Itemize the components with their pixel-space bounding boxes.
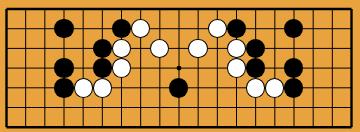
intersection[interactable] [54,58,73,78]
intersection[interactable] [74,78,93,98]
intersection[interactable] [131,98,150,118]
intersection[interactable] [0,117,16,132]
intersection[interactable] [323,117,342,132]
intersection[interactable] [150,58,169,78]
intersection[interactable] [16,98,35,118]
intersection[interactable] [323,98,342,118]
white-stone [188,39,207,59]
intersection[interactable] [227,117,246,132]
black-stone [93,58,112,78]
intersection[interactable] [150,0,169,19]
intersection[interactable] [227,78,246,98]
black-stone [246,58,265,78]
intersection[interactable] [35,117,54,132]
intersection[interactable] [131,0,150,19]
intersection[interactable] [16,0,35,19]
intersection[interactable] [54,39,73,59]
intersection[interactable] [0,58,16,78]
intersection[interactable] [303,78,322,98]
intersection[interactable] [150,19,169,39]
intersection[interactable] [131,78,150,98]
intersection[interactable] [265,19,284,39]
intersection[interactable] [303,98,322,118]
intersection[interactable] [208,78,227,98]
intersection[interactable] [208,39,227,59]
intersection[interactable] [303,0,322,19]
black-stone [246,39,265,59]
intersection[interactable] [112,58,131,78]
intersection[interactable] [284,58,303,78]
intersection[interactable] [112,78,131,98]
white-stone [208,19,227,39]
black-stone [169,78,188,98]
intersection[interactable] [208,58,227,78]
intersection[interactable] [54,19,73,39]
intersection[interactable] [265,39,284,59]
intersection[interactable] [35,39,54,59]
intersection[interactable] [74,19,93,39]
intersection[interactable] [54,117,73,132]
intersection[interactable] [169,0,188,19]
intersection[interactable] [169,39,188,59]
intersection[interactable] [16,58,35,78]
white-stone [227,39,246,59]
intersection[interactable] [265,117,284,132]
white-stone [265,78,284,98]
black-stone [284,78,303,98]
intersection[interactable] [0,19,16,39]
intersection[interactable] [246,58,265,78]
intersection[interactable] [0,39,16,59]
intersection[interactable] [112,98,131,118]
intersection[interactable] [342,58,360,78]
intersection[interactable] [93,98,112,118]
intersection[interactable] [112,19,131,39]
intersection[interactable] [265,0,284,19]
intersection[interactable] [284,98,303,118]
intersection[interactable] [74,0,93,19]
black-stone [284,19,303,39]
intersection[interactable] [188,0,207,19]
intersection[interactable] [188,39,207,59]
intersection[interactable] [93,0,112,19]
intersection[interactable] [169,78,188,98]
intersection[interactable] [35,0,54,19]
black-stone [54,78,73,98]
intersection[interactable] [342,117,360,132]
intersection[interactable] [16,19,35,39]
intersection[interactable] [93,19,112,39]
intersection[interactable] [303,19,322,39]
intersection[interactable] [112,39,131,59]
intersection[interactable] [54,78,73,98]
intersection[interactable] [35,58,54,78]
intersection[interactable] [188,19,207,39]
intersection[interactable] [150,117,169,132]
intersection[interactable] [35,19,54,39]
go-diagram [0,0,360,132]
intersection[interactable] [303,58,322,78]
intersection[interactable] [227,98,246,118]
white-stone [112,39,131,59]
intersection[interactable] [342,0,360,19]
intersection[interactable] [74,39,93,59]
intersection[interactable] [265,78,284,98]
intersection[interactable] [169,58,188,78]
intersection[interactable] [208,117,227,132]
intersection[interactable] [16,117,35,132]
intersection[interactable] [246,78,265,98]
white-stone [74,78,93,98]
intersection[interactable] [112,117,131,132]
white-stone [93,78,112,98]
intersection[interactable] [188,98,207,118]
intersection[interactable] [16,78,35,98]
intersection[interactable] [323,19,342,39]
intersection[interactable] [284,78,303,98]
intersection[interactable] [74,58,93,78]
intersection[interactable] [0,78,16,98]
intersection[interactable] [0,98,16,118]
intersection[interactable] [93,117,112,132]
intersection[interactable] [35,98,54,118]
intersection[interactable] [74,98,93,118]
intersection[interactable] [35,78,54,98]
intersection[interactable] [284,39,303,59]
white-stone [246,78,265,98]
intersection[interactable] [150,78,169,98]
go-board [0,0,360,132]
intersection[interactable] [188,78,207,98]
intersection[interactable] [169,19,188,39]
intersection[interactable] [284,117,303,132]
intersection[interactable] [342,39,360,59]
intersection[interactable] [188,58,207,78]
intersection[interactable] [93,58,112,78]
intersection[interactable] [112,0,131,19]
intersection[interactable] [265,58,284,78]
intersection[interactable] [208,98,227,118]
intersection[interactable] [246,0,265,19]
intersection[interactable] [131,58,150,78]
intersection[interactable] [323,39,342,59]
intersection[interactable] [265,98,284,118]
intersection[interactable] [54,98,73,118]
intersection[interactable] [246,39,265,59]
white-stone [227,58,246,78]
board-grid [0,0,360,132]
intersection[interactable] [131,19,150,39]
intersection[interactable] [131,39,150,59]
intersection[interactable] [284,0,303,19]
intersection[interactable] [342,78,360,98]
intersection[interactable] [208,19,227,39]
intersection[interactable] [93,39,112,59]
black-stone [284,58,303,78]
intersection[interactable] [150,39,169,59]
intersection[interactable] [303,117,322,132]
intersection[interactable] [208,0,227,19]
intersection[interactable] [246,117,265,132]
intersection[interactable] [246,98,265,118]
intersection[interactable] [227,39,246,59]
intersection[interactable] [342,19,360,39]
intersection[interactable] [323,78,342,98]
intersection[interactable] [0,0,16,19]
intersection[interactable] [323,0,342,19]
black-stone [54,19,73,39]
black-stone [93,39,112,59]
intersection[interactable] [54,0,73,19]
intersection[interactable] [227,19,246,39]
intersection[interactable] [93,78,112,98]
intersection[interactable] [74,117,93,132]
intersection[interactable] [323,58,342,78]
intersection[interactable] [227,0,246,19]
white-stone [112,58,131,78]
black-stone [227,19,246,39]
intersection[interactable] [246,19,265,39]
intersection[interactable] [169,117,188,132]
black-stone [54,58,73,78]
black-stone [112,19,131,39]
intersection[interactable] [169,98,188,118]
intersection[interactable] [227,58,246,78]
white-stone [150,39,169,59]
intersection[interactable] [188,117,207,132]
intersection[interactable] [16,39,35,59]
intersection[interactable] [342,98,360,118]
intersection[interactable] [284,19,303,39]
white-stone [131,19,150,39]
intersection[interactable] [150,98,169,118]
intersection[interactable] [131,117,150,132]
intersection[interactable] [303,39,322,59]
